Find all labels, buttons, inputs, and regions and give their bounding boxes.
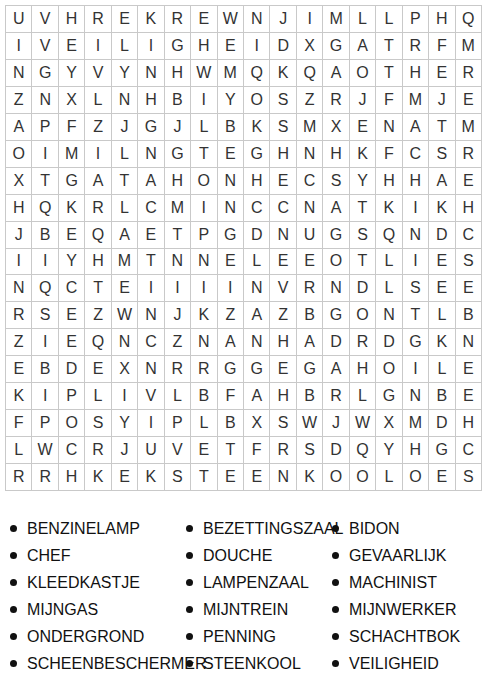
grid-cell[interactable]: K <box>59 195 85 222</box>
grid-cell[interactable]: I <box>403 195 429 222</box>
grid-cell[interactable]: T <box>218 437 244 464</box>
grid-cell[interactable]: S <box>323 168 349 195</box>
grid-cell[interactable]: F <box>244 437 270 464</box>
grid-cell[interactable]: D <box>350 275 376 302</box>
grid-cell[interactable]: N <box>270 464 296 491</box>
grid-cell[interactable]: L <box>85 383 111 410</box>
grid-cell[interactable]: J <box>165 114 191 141</box>
grid-cell[interactable]: R <box>403 33 429 60</box>
grid-cell[interactable]: H <box>270 141 296 168</box>
grid-cell[interactable]: K <box>376 195 402 222</box>
grid-cell[interactable]: L <box>112 33 138 60</box>
grid-cell[interactable]: R <box>6 302 32 329</box>
grid-cell[interactable]: I <box>403 356 429 383</box>
grid-cell[interactable]: D <box>429 222 455 249</box>
grid-cell[interactable]: E <box>270 168 296 195</box>
grid-cell[interactable]: M <box>403 410 429 437</box>
grid-cell[interactable]: N <box>244 275 270 302</box>
grid-cell[interactable]: G <box>32 60 58 87</box>
grid-cell[interactable]: E <box>270 249 296 276</box>
grid-cell[interactable]: A <box>218 329 244 356</box>
grid-cell[interactable]: F <box>376 87 402 114</box>
grid-cell[interactable]: B <box>218 114 244 141</box>
grid-cell[interactable]: F <box>6 410 32 437</box>
grid-cell[interactable]: L <box>112 195 138 222</box>
grid-cell[interactable]: H <box>138 87 164 114</box>
grid-cell[interactable]: S <box>85 410 111 437</box>
grid-cell[interactable]: I <box>6 249 32 276</box>
grid-cell[interactable]: T <box>85 275 111 302</box>
grid-cell[interactable]: E <box>297 249 323 276</box>
grid-cell[interactable]: H <box>403 437 429 464</box>
grid-cell[interactable]: V <box>270 275 296 302</box>
grid-cell[interactable]: G <box>218 356 244 383</box>
grid-cell[interactable]: W <box>32 437 58 464</box>
grid-cell[interactable]: L <box>191 114 217 141</box>
grid-cell[interactable]: G <box>165 33 191 60</box>
grid-cell[interactable]: X <box>112 356 138 383</box>
grid-cell[interactable]: T <box>191 141 217 168</box>
grid-cell[interactable]: A <box>85 168 111 195</box>
grid-cell[interactable]: E <box>85 356 111 383</box>
grid-cell[interactable]: R <box>85 6 111 33</box>
grid-cell[interactable]: B <box>191 383 217 410</box>
grid-cell[interactable]: Q <box>32 195 58 222</box>
grid-cell[interactable]: Q <box>456 6 482 33</box>
grid-cell[interactable]: E <box>218 249 244 276</box>
grid-cell[interactable]: H <box>165 168 191 195</box>
grid-cell[interactable]: Q <box>244 60 270 87</box>
grid-cell[interactable]: A <box>323 60 349 87</box>
grid-cell[interactable]: T <box>376 33 402 60</box>
grid-cell[interactable]: W <box>191 60 217 87</box>
grid-cell[interactable]: C <box>59 275 85 302</box>
grid-cell[interactable]: I <box>32 383 58 410</box>
grid-cell[interactable]: K <box>138 464 164 491</box>
grid-cell[interactable]: R <box>456 141 482 168</box>
grid-cell[interactable]: J <box>112 114 138 141</box>
grid-cell[interactable]: I <box>85 33 111 60</box>
grid-cell[interactable]: A <box>6 114 32 141</box>
grid-cell[interactable]: P <box>403 6 429 33</box>
grid-cell[interactable]: P <box>32 410 58 437</box>
grid-cell[interactable]: Y <box>112 410 138 437</box>
grid-cell[interactable]: G <box>59 168 85 195</box>
grid-cell[interactable]: H <box>165 60 191 87</box>
grid-cell[interactable]: A <box>323 356 349 383</box>
grid-cell[interactable]: H <box>270 329 296 356</box>
grid-cell[interactable]: E <box>429 249 455 276</box>
grid-cell[interactable]: B <box>429 383 455 410</box>
grid-cell[interactable]: Y <box>59 249 85 276</box>
grid-cell[interactable]: F <box>59 114 85 141</box>
grid-cell[interactable]: G <box>429 437 455 464</box>
grid-cell[interactable]: K <box>270 60 296 87</box>
grid-cell[interactable]: S <box>350 222 376 249</box>
grid-cell[interactable]: N <box>270 222 296 249</box>
grid-cell[interactable]: E <box>218 33 244 60</box>
grid-cell[interactable]: N <box>376 302 402 329</box>
grid-cell[interactable]: H <box>191 33 217 60</box>
grid-cell[interactable]: Z <box>218 302 244 329</box>
grid-cell[interactable]: C <box>297 168 323 195</box>
grid-cell[interactable]: L <box>350 6 376 33</box>
grid-cell[interactable]: T <box>191 464 217 491</box>
grid-cell[interactable]: N <box>6 60 32 87</box>
grid-cell[interactable]: P <box>32 114 58 141</box>
grid-cell[interactable]: T <box>32 168 58 195</box>
grid-cell[interactable]: D <box>323 329 349 356</box>
grid-cell[interactable]: T <box>429 114 455 141</box>
grid-cell[interactable]: H <box>270 383 296 410</box>
grid-cell[interactable]: Q <box>297 60 323 87</box>
grid-cell[interactable]: N <box>456 329 482 356</box>
grid-cell[interactable]: L <box>376 464 402 491</box>
grid-cell[interactable]: R <box>191 356 217 383</box>
grid-cell[interactable]: Z <box>6 329 32 356</box>
grid-cell[interactable]: E <box>270 356 296 383</box>
grid-cell[interactable]: R <box>6 464 32 491</box>
grid-cell[interactable]: L <box>244 249 270 276</box>
grid-cell[interactable]: I <box>32 141 58 168</box>
grid-cell[interactable]: E <box>59 329 85 356</box>
grid-cell[interactable]: K <box>429 195 455 222</box>
grid-cell[interactable]: T <box>112 168 138 195</box>
grid-cell[interactable]: X <box>59 87 85 114</box>
grid-cell[interactable]: R <box>297 275 323 302</box>
grid-cell[interactable]: K <box>6 383 32 410</box>
grid-cell[interactable]: N <box>376 114 402 141</box>
grid-cell[interactable]: N <box>218 195 244 222</box>
grid-cell[interactable]: S <box>270 114 296 141</box>
grid-cell[interactable]: F <box>218 383 244 410</box>
grid-cell[interactable]: S <box>456 464 482 491</box>
grid-cell[interactable]: Q <box>85 222 111 249</box>
grid-cell[interactable]: Y <box>112 60 138 87</box>
grid-cell[interactable]: R <box>85 437 111 464</box>
grid-cell[interactable]: B <box>218 410 244 437</box>
grid-cell[interactable]: J <box>350 87 376 114</box>
grid-cell[interactable]: X <box>323 114 349 141</box>
grid-cell[interactable]: Z <box>297 87 323 114</box>
grid-cell[interactable]: N <box>191 329 217 356</box>
grid-cell[interactable]: A <box>323 195 349 222</box>
grid-cell[interactable]: N <box>112 329 138 356</box>
grid-cell[interactable]: I <box>138 275 164 302</box>
grid-cell[interactable]: I <box>191 87 217 114</box>
grid-cell[interactable]: C <box>456 222 482 249</box>
grid-cell[interactable]: D <box>59 356 85 383</box>
grid-cell[interactable]: V <box>165 437 191 464</box>
grid-cell[interactable]: H <box>59 464 85 491</box>
grid-cell[interactable]: E <box>456 168 482 195</box>
grid-cell[interactable]: N <box>323 275 349 302</box>
grid-cell[interactable]: C <box>270 195 296 222</box>
grid-cell[interactable]: D <box>244 222 270 249</box>
grid-cell[interactable]: T <box>350 249 376 276</box>
grid-cell[interactable]: O <box>403 464 429 491</box>
grid-cell[interactable]: L <box>85 87 111 114</box>
grid-cell[interactable]: L <box>350 383 376 410</box>
grid-cell[interactable]: E <box>191 437 217 464</box>
grid-cell[interactable]: D <box>429 410 455 437</box>
grid-cell[interactable]: G <box>297 356 323 383</box>
grid-cell[interactable]: L <box>376 249 402 276</box>
grid-cell[interactable]: H <box>456 410 482 437</box>
grid-cell[interactable]: A <box>297 329 323 356</box>
grid-cell[interactable]: O <box>350 60 376 87</box>
grid-cell[interactable]: H <box>403 60 429 87</box>
grid-cell[interactable]: I <box>297 6 323 33</box>
grid-cell[interactable]: N <box>138 141 164 168</box>
grid-cell[interactable]: O <box>350 464 376 491</box>
grid-cell[interactable]: W <box>218 6 244 33</box>
grid-cell[interactable]: P <box>191 222 217 249</box>
grid-cell[interactable]: Z <box>165 329 191 356</box>
grid-cell[interactable]: K <box>350 141 376 168</box>
grid-cell[interactable]: C <box>244 195 270 222</box>
grid-cell[interactable]: V <box>32 33 58 60</box>
grid-cell[interactable]: G <box>323 33 349 60</box>
grid-cell[interactable]: D <box>270 33 296 60</box>
grid-cell[interactable]: F <box>429 33 455 60</box>
grid-cell[interactable]: G <box>244 356 270 383</box>
grid-cell[interactable]: M <box>456 114 482 141</box>
grid-cell[interactable]: B <box>165 87 191 114</box>
grid-cell[interactable]: P <box>165 410 191 437</box>
grid-cell[interactable]: X <box>6 168 32 195</box>
grid-cell[interactable]: T <box>403 302 429 329</box>
grid-cell[interactable]: N <box>403 383 429 410</box>
grid-cell[interactable]: I <box>165 275 191 302</box>
grid-cell[interactable]: W <box>297 410 323 437</box>
grid-cell[interactable]: I <box>191 275 217 302</box>
grid-cell[interactable]: W <box>112 302 138 329</box>
grid-cell[interactable]: E <box>59 222 85 249</box>
grid-cell[interactable]: H <box>403 168 429 195</box>
grid-cell[interactable]: Q <box>350 437 376 464</box>
grid-cell[interactable]: I <box>112 383 138 410</box>
grid-cell[interactable]: Z <box>6 87 32 114</box>
grid-cell[interactable]: O <box>244 87 270 114</box>
grid-cell[interactable]: A <box>429 168 455 195</box>
grid-cell[interactable]: F <box>376 141 402 168</box>
grid-cell[interactable]: N <box>6 275 32 302</box>
grid-cell[interactable]: N <box>403 222 429 249</box>
grid-cell[interactable]: E <box>218 464 244 491</box>
grid-cell[interactable]: L <box>429 302 455 329</box>
grid-cell[interactable]: I <box>85 141 111 168</box>
grid-cell[interactable]: G <box>244 141 270 168</box>
grid-cell[interactable]: J <box>112 437 138 464</box>
grid-cell[interactable]: H <box>244 168 270 195</box>
grid-cell[interactable]: T <box>350 195 376 222</box>
grid-cell[interactable]: S <box>403 275 429 302</box>
grid-cell[interactable]: S <box>165 464 191 491</box>
grid-cell[interactable]: O <box>59 410 85 437</box>
grid-cell[interactable]: Y <box>218 87 244 114</box>
grid-cell[interactable]: S <box>429 141 455 168</box>
grid-cell[interactable]: G <box>403 329 429 356</box>
grid-cell[interactable]: T <box>165 222 191 249</box>
grid-cell[interactable]: Y <box>350 168 376 195</box>
grid-cell[interactable]: E <box>456 383 482 410</box>
grid-cell[interactable]: U <box>138 437 164 464</box>
grid-cell[interactable]: C <box>138 329 164 356</box>
grid-cell[interactable]: I <box>191 195 217 222</box>
grid-cell[interactable]: N <box>297 141 323 168</box>
grid-cell[interactable]: L <box>165 383 191 410</box>
grid-cell[interactable]: Z <box>270 302 296 329</box>
grid-cell[interactable]: L <box>112 141 138 168</box>
grid-cell[interactable]: T <box>376 60 402 87</box>
grid-cell[interactable]: Z <box>85 302 111 329</box>
grid-cell[interactable]: B <box>297 383 323 410</box>
grid-cell[interactable]: L <box>376 275 402 302</box>
grid-cell[interactable]: N <box>32 87 58 114</box>
grid-cell[interactable]: A <box>350 33 376 60</box>
grid-cell[interactable]: K <box>138 6 164 33</box>
grid-cell[interactable]: N <box>244 329 270 356</box>
grid-cell[interactable]: E <box>6 356 32 383</box>
grid-cell[interactable]: B <box>32 356 58 383</box>
grid-cell[interactable]: O <box>191 168 217 195</box>
grid-cell[interactable]: R <box>456 60 482 87</box>
grid-cell[interactable]: L <box>6 437 32 464</box>
grid-cell[interactable]: H <box>59 6 85 33</box>
grid-cell[interactable]: L <box>376 6 402 33</box>
grid-cell[interactable]: A <box>138 168 164 195</box>
grid-cell[interactable]: M <box>297 114 323 141</box>
grid-cell[interactable]: H <box>6 195 32 222</box>
grid-cell[interactable]: C <box>403 141 429 168</box>
grid-cell[interactable]: E <box>429 464 455 491</box>
grid-cell[interactable]: N <box>297 195 323 222</box>
grid-cell[interactable]: M <box>218 60 244 87</box>
grid-cell[interactable]: M <box>456 33 482 60</box>
grid-cell[interactable]: J <box>323 410 349 437</box>
grid-cell[interactable]: K <box>297 464 323 491</box>
grid-cell[interactable]: K <box>191 302 217 329</box>
grid-cell[interactable]: E <box>244 464 270 491</box>
grid-cell[interactable]: Q <box>85 329 111 356</box>
grid-cell[interactable]: R <box>350 329 376 356</box>
grid-cell[interactable]: J <box>429 87 455 114</box>
grid-cell[interactable]: E <box>138 222 164 249</box>
grid-cell[interactable]: E <box>112 275 138 302</box>
grid-cell[interactable]: B <box>297 302 323 329</box>
grid-cell[interactable]: I <box>138 33 164 60</box>
grid-cell[interactable]: R <box>323 383 349 410</box>
grid-cell[interactable]: E <box>456 275 482 302</box>
grid-cell[interactable]: I <box>218 275 244 302</box>
grid-cell[interactable]: G <box>218 222 244 249</box>
grid-cell[interactable]: R <box>85 195 111 222</box>
grid-cell[interactable]: J <box>165 302 191 329</box>
grid-cell[interactable]: C <box>456 437 482 464</box>
grid-cell[interactable]: I <box>244 33 270 60</box>
grid-cell[interactable]: R <box>323 87 349 114</box>
grid-cell[interactable]: I <box>403 249 429 276</box>
grid-cell[interactable]: K <box>85 464 111 491</box>
grid-cell[interactable]: V <box>138 383 164 410</box>
grid-cell[interactable]: K <box>244 114 270 141</box>
grid-cell[interactable]: S <box>297 437 323 464</box>
grid-cell[interactable]: U <box>297 222 323 249</box>
grid-cell[interactable]: O <box>376 356 402 383</box>
grid-cell[interactable]: U <box>6 6 32 33</box>
grid-cell[interactable]: M <box>403 87 429 114</box>
grid-cell[interactable]: N <box>138 356 164 383</box>
grid-cell[interactable]: G <box>323 302 349 329</box>
grid-cell[interactable]: D <box>376 329 402 356</box>
grid-cell[interactable]: M <box>323 6 349 33</box>
grid-cell[interactable]: S <box>270 410 296 437</box>
grid-cell[interactable]: S <box>270 87 296 114</box>
grid-cell[interactable]: O <box>323 464 349 491</box>
grid-cell[interactable]: P <box>59 383 85 410</box>
grid-cell[interactable]: I <box>32 249 58 276</box>
grid-cell[interactable]: V <box>32 6 58 33</box>
grid-cell[interactable]: V <box>85 60 111 87</box>
grid-cell[interactable]: R <box>165 6 191 33</box>
grid-cell[interactable]: E <box>112 464 138 491</box>
grid-cell[interactable]: C <box>138 195 164 222</box>
grid-cell[interactable]: A <box>112 222 138 249</box>
grid-cell[interactable]: B <box>456 302 482 329</box>
grid-cell[interactable]: D <box>323 437 349 464</box>
grid-cell[interactable]: E <box>350 114 376 141</box>
grid-cell[interactable]: X <box>376 410 402 437</box>
grid-cell[interactable]: H <box>85 249 111 276</box>
grid-cell[interactable]: E <box>218 141 244 168</box>
grid-cell[interactable]: X <box>244 410 270 437</box>
grid-cell[interactable]: E <box>456 356 482 383</box>
grid-cell[interactable]: E <box>59 33 85 60</box>
grid-cell[interactable]: B <box>32 222 58 249</box>
grid-cell[interactable]: G <box>138 114 164 141</box>
grid-cell[interactable]: H <box>456 195 482 222</box>
grid-cell[interactable]: H <box>350 356 376 383</box>
grid-cell[interactable]: G <box>165 141 191 168</box>
grid-cell[interactable]: R <box>165 356 191 383</box>
grid-cell[interactable]: M <box>112 249 138 276</box>
grid-cell[interactable]: G <box>376 383 402 410</box>
grid-cell[interactable]: Q <box>32 275 58 302</box>
grid-cell[interactable]: N <box>138 302 164 329</box>
grid-cell[interactable]: S <box>456 249 482 276</box>
grid-cell[interactable]: E <box>429 60 455 87</box>
grid-cell[interactable]: M <box>59 141 85 168</box>
grid-cell[interactable]: O <box>323 249 349 276</box>
grid-cell[interactable]: N <box>191 249 217 276</box>
grid-cell[interactable]: S <box>32 302 58 329</box>
grid-cell[interactable]: M <box>165 195 191 222</box>
grid-cell[interactable]: R <box>270 437 296 464</box>
grid-cell[interactable]: E <box>59 302 85 329</box>
grid-cell[interactable]: X <box>297 33 323 60</box>
grid-cell[interactable]: Y <box>59 60 85 87</box>
grid-cell[interactable]: H <box>323 141 349 168</box>
grid-cell[interactable]: E <box>456 87 482 114</box>
grid-cell[interactable]: W <box>350 410 376 437</box>
grid-cell[interactable]: A <box>244 383 270 410</box>
grid-cell[interactable]: E <box>112 6 138 33</box>
grid-cell[interactable]: N <box>138 60 164 87</box>
grid-cell[interactable]: G <box>323 222 349 249</box>
grid-cell[interactable]: L <box>191 410 217 437</box>
grid-cell[interactable]: N <box>165 249 191 276</box>
